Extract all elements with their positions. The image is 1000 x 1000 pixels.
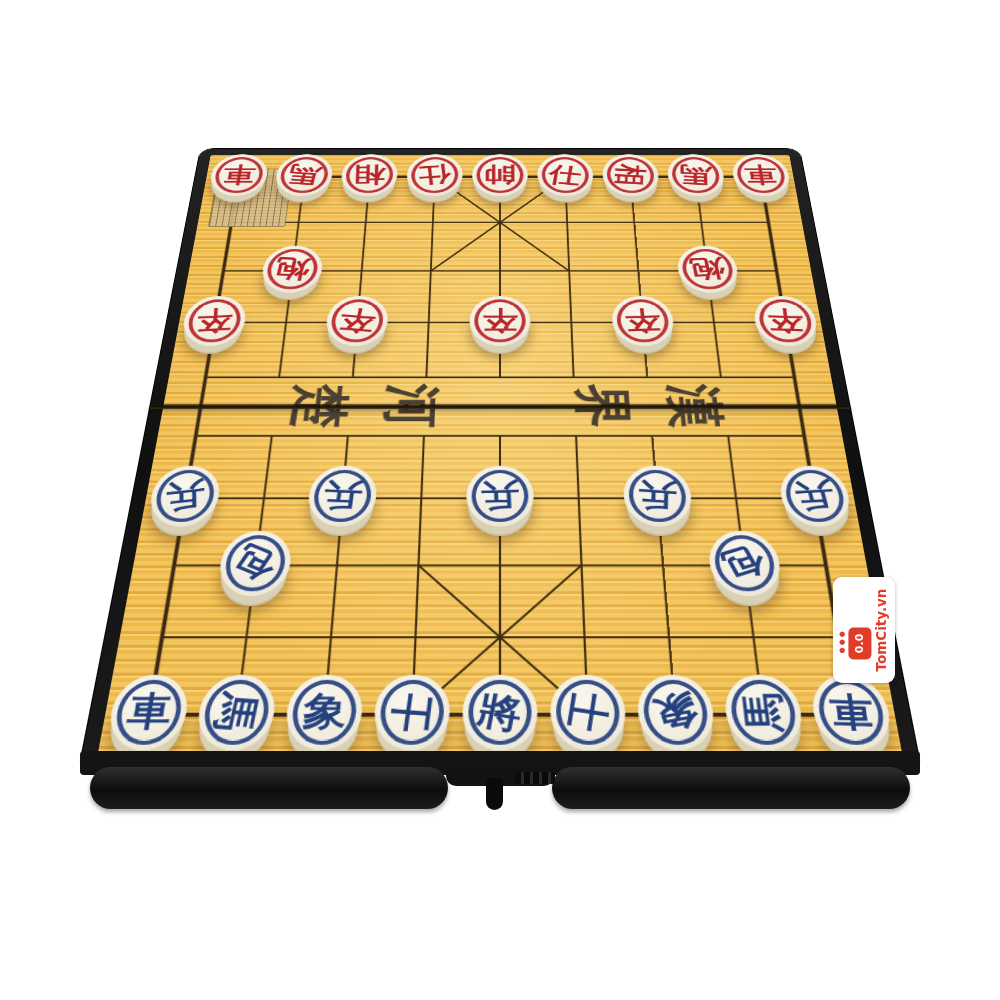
piece-red-炮[interactable]: 炮 [260, 246, 325, 293]
piece-character: 兵 [151, 463, 220, 531]
piece-blue-將[interactable]: 將 [462, 675, 538, 751]
piece-red-馬[interactable]: 馬 [274, 154, 335, 196]
photo-stage: 楚 河 界 漢 車馬相仕帥仕相馬車炮炮卒卒卒卒卒兵兵兵兵兵包包車馬象士將士象馬車… [0, 0, 1000, 1000]
xiangqi-board: 楚 河 界 漢 車馬相仕帥仕相馬車炮炮卒卒卒卒卒兵兵兵兵兵包包車馬象士將士象馬車 [78, 149, 921, 774]
piece-blue-士[interactable]: 士 [373, 675, 451, 751]
piece-character: 炮 [258, 245, 327, 295]
piece-character: 仕 [534, 152, 596, 198]
piece-red-炮[interactable]: 炮 [675, 246, 740, 293]
piece-character: 兵 [466, 465, 536, 528]
piece-red-帥[interactable]: 帥 [472, 154, 528, 196]
piece-character: 仕 [405, 153, 465, 198]
piece-character: 帥 [472, 154, 528, 196]
piece-character: 卒 [321, 294, 392, 348]
piece-character: 車 [730, 154, 793, 196]
piece-character: 馬 [271, 153, 338, 198]
case-foot-left [90, 767, 448, 809]
piece-red-仕[interactable]: 仕 [406, 154, 463, 196]
piece-blue-兵[interactable]: 兵 [146, 466, 223, 527]
piece-red-馬[interactable]: 馬 [665, 154, 726, 196]
piece-blue-兵[interactable]: 兵 [776, 466, 853, 527]
piece-character: 卒 [609, 295, 676, 346]
sparkle-dots-icon: ●●● [839, 629, 846, 653]
piece-red-車[interactable]: 車 [730, 154, 793, 196]
piece-character: 馬 [187, 676, 285, 749]
piece-character: 士 [540, 673, 634, 752]
piece-blue-包[interactable]: 包 [706, 531, 784, 596]
piece-character: 卒 [469, 296, 531, 346]
board-frame: 楚 河 界 漢 車馬相仕帥仕相馬車炮炮卒卒卒卒卒兵兵兵兵兵包包車馬象士將士象馬車 [78, 149, 921, 774]
piece-character: 相 [341, 154, 398, 197]
piece-character: 將 [455, 670, 543, 756]
piece-character: 象 [283, 675, 364, 751]
piece-red-相[interactable]: 相 [601, 154, 660, 196]
piece-blue-象[interactable]: 象 [283, 675, 364, 751]
piece-character: 象 [628, 669, 724, 757]
piece-blue-包[interactable]: 包 [216, 531, 294, 596]
piece-character: 士 [365, 676, 458, 749]
piece-blue-馬[interactable]: 馬 [194, 675, 278, 751]
case-latch-hook[interactable] [486, 778, 503, 810]
piece-blue-兵[interactable]: 兵 [622, 466, 694, 527]
piece-red-卒[interactable]: 卒 [180, 296, 249, 346]
piece-character: 車 [208, 154, 271, 196]
piece-character: 炮 [673, 245, 742, 295]
piece-character: 兵 [304, 465, 380, 528]
piece-red-卒[interactable]: 卒 [469, 296, 531, 346]
piece-blue-車[interactable]: 車 [105, 675, 193, 751]
seller-watermark: ●●● 0.0 TomCity.vn [833, 577, 895, 683]
piece-blue-兵[interactable]: 兵 [466, 466, 534, 527]
piece-character: 馬 [717, 679, 810, 746]
brand-name: TomCity.vn [873, 589, 889, 672]
board-surface[interactable]: 楚 河 界 漢 車馬相仕帥仕相馬車炮炮卒卒卒卒卒兵兵兵兵兵包包車馬象士將士象馬車 [97, 155, 902, 756]
case-hinge-teeth [515, 772, 555, 784]
piece-character: 包 [696, 523, 793, 604]
piece-blue-士[interactable]: 士 [549, 675, 627, 751]
piece-character: 馬 [667, 153, 724, 197]
piece-layer: 車馬相仕帥仕相馬車炮炮卒卒卒卒卒兵兵兵兵兵包包車馬象士將士象馬車 [97, 155, 902, 756]
piece-blue-象[interactable]: 象 [635, 675, 716, 751]
piece-character: 相 [598, 155, 662, 196]
piece-character: 車 [809, 674, 894, 752]
piece-character: 兵 [622, 464, 691, 529]
piece-blue-馬[interactable]: 馬 [721, 675, 805, 751]
case-foot-right [552, 767, 910, 809]
piece-red-仕[interactable]: 仕 [537, 154, 594, 196]
piece-red-卒[interactable]: 卒 [610, 296, 675, 346]
piece-character: 兵 [774, 464, 856, 528]
piece-character: 卒 [752, 295, 819, 346]
watermark-content: ●●● 0.0 TomCity.vn [833, 589, 895, 672]
piece-blue-兵[interactable]: 兵 [306, 466, 378, 527]
piece-character: 包 [205, 522, 305, 606]
piece-red-卒[interactable]: 卒 [751, 296, 820, 346]
piece-red-相[interactable]: 相 [340, 154, 399, 196]
piece-character: 車 [105, 675, 193, 751]
shopping-bag-icon: 0.0 [848, 627, 871, 659]
piece-red-車[interactable]: 車 [208, 154, 271, 196]
piece-blue-車[interactable]: 車 [807, 675, 895, 751]
piece-character: 卒 [182, 294, 247, 347]
piece-red-卒[interactable]: 卒 [325, 296, 390, 346]
